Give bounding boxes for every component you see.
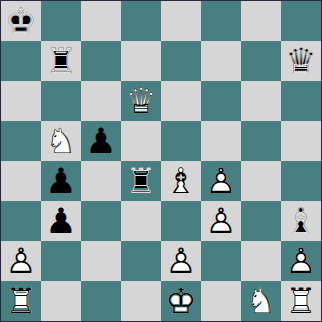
square-d8[interactable] xyxy=(121,1,161,41)
black-bishop-piece[interactable]: ♝♗ xyxy=(281,201,321,241)
white-bishop-piece[interactable]: ♝♗ xyxy=(161,161,201,201)
square-b3[interactable]: ♟ xyxy=(41,201,81,241)
white-queen-piece[interactable]: ♛♕ xyxy=(121,81,161,121)
square-f5[interactable] xyxy=(201,121,241,161)
square-d5[interactable] xyxy=(121,121,161,161)
square-e8[interactable] xyxy=(161,1,201,41)
white-pawn-piece[interactable]: ♟♙ xyxy=(281,241,321,281)
square-a2[interactable]: ♟♙ xyxy=(1,241,41,281)
square-h6[interactable] xyxy=(281,81,321,121)
queen-glyph-outline: ♕ xyxy=(281,41,321,81)
white-rook-piece[interactable]: ♜♖ xyxy=(1,281,41,321)
square-c1[interactable] xyxy=(81,281,121,321)
pawn-glyph-fill: ♟ xyxy=(41,201,81,241)
white-knight-piece[interactable]: ♞♘ xyxy=(241,281,281,321)
square-c6[interactable] xyxy=(81,81,121,121)
square-b1[interactable] xyxy=(41,281,81,321)
square-c8[interactable] xyxy=(81,1,121,41)
square-h4[interactable] xyxy=(281,161,321,201)
square-g5[interactable] xyxy=(241,121,281,161)
square-f1[interactable] xyxy=(201,281,241,321)
bishop-glyph-outline: ♗ xyxy=(281,201,321,241)
black-king-piece[interactable]: ♚♔ xyxy=(1,1,41,41)
square-e5[interactable] xyxy=(161,121,201,161)
square-e6[interactable] xyxy=(161,81,201,121)
square-c4[interactable] xyxy=(81,161,121,201)
square-c5[interactable]: ♟ xyxy=(81,121,121,161)
rook-glyph-outline: ♖ xyxy=(1,281,41,321)
square-d7[interactable] xyxy=(121,41,161,81)
square-d2[interactable] xyxy=(121,241,161,281)
square-g4[interactable] xyxy=(241,161,281,201)
square-a8[interactable]: ♚♔ xyxy=(1,1,41,41)
knight-glyph-outline: ♘ xyxy=(41,121,81,161)
pawn-glyph-outline: ♙ xyxy=(161,241,201,281)
square-a5[interactable] xyxy=(1,121,41,161)
square-f7[interactable] xyxy=(201,41,241,81)
square-e1[interactable]: ♚♔ xyxy=(161,281,201,321)
square-g2[interactable] xyxy=(241,241,281,281)
square-e7[interactable] xyxy=(161,41,201,81)
square-c7[interactable] xyxy=(81,41,121,81)
rook-glyph-outline: ♖ xyxy=(121,161,161,201)
square-h8[interactable] xyxy=(281,1,321,41)
square-g3[interactable] xyxy=(241,201,281,241)
white-pawn-piece[interactable]: ♟♙ xyxy=(201,201,241,241)
pawn-glyph-fill: ♟ xyxy=(41,161,81,201)
white-pawn-piece[interactable]: ♟♙ xyxy=(201,161,241,201)
square-c2[interactable] xyxy=(81,241,121,281)
square-f6[interactable] xyxy=(201,81,241,121)
square-a6[interactable] xyxy=(1,81,41,121)
black-queen-piece[interactable]: ♛♕ xyxy=(281,41,321,81)
white-rook-piece[interactable]: ♜♖ xyxy=(281,281,321,321)
queen-glyph-outline: ♕ xyxy=(121,81,161,121)
pawn-glyph-outline: ♙ xyxy=(201,201,241,241)
white-pawn-piece[interactable]: ♟♙ xyxy=(1,241,41,281)
square-b6[interactable] xyxy=(41,81,81,121)
black-pawn-piece[interactable]: ♟ xyxy=(41,161,81,201)
square-h5[interactable] xyxy=(281,121,321,161)
pawn-glyph-outline: ♙ xyxy=(1,241,41,281)
rook-glyph-outline: ♖ xyxy=(281,281,321,321)
square-h3[interactable]: ♝♗ xyxy=(281,201,321,241)
rook-glyph-outline: ♖ xyxy=(41,41,81,81)
square-d1[interactable] xyxy=(121,281,161,321)
king-glyph-outline: ♔ xyxy=(161,281,201,321)
square-a3[interactable] xyxy=(1,201,41,241)
square-f3[interactable]: ♟♙ xyxy=(201,201,241,241)
square-f8[interactable] xyxy=(201,1,241,41)
king-glyph-outline: ♔ xyxy=(1,1,41,41)
pawn-glyph-fill: ♟ xyxy=(81,121,121,161)
square-b7[interactable]: ♜♖ xyxy=(41,41,81,81)
white-pawn-piece[interactable]: ♟♙ xyxy=(161,241,201,281)
square-d4[interactable]: ♜♖ xyxy=(121,161,161,201)
square-a7[interactable] xyxy=(1,41,41,81)
black-pawn-piece[interactable]: ♟ xyxy=(81,121,121,161)
white-knight-piece[interactable]: ♞♘ xyxy=(41,121,81,161)
pawn-glyph-outline: ♙ xyxy=(201,161,241,201)
black-pawn-piece[interactable]: ♟ xyxy=(41,201,81,241)
square-f4[interactable]: ♟♙ xyxy=(201,161,241,201)
square-h2[interactable]: ♟♙ xyxy=(281,241,321,281)
square-d6[interactable]: ♛♕ xyxy=(121,81,161,121)
chess-board: ♚♔♜♖♛♕♛♕♞♘♟♟♜♖♝♗♟♙♟♟♙♝♗♟♙♟♙♟♙♜♖♚♔♞♘♜♖ xyxy=(0,0,322,322)
pawn-glyph-outline: ♙ xyxy=(281,241,321,281)
square-e4[interactable]: ♝♗ xyxy=(161,161,201,201)
black-rook-piece[interactable]: ♜♖ xyxy=(41,41,81,81)
square-g8[interactable] xyxy=(241,1,281,41)
square-c3[interactable] xyxy=(81,201,121,241)
square-g7[interactable] xyxy=(241,41,281,81)
square-g6[interactable] xyxy=(241,81,281,121)
square-b2[interactable] xyxy=(41,241,81,281)
square-b8[interactable] xyxy=(41,1,81,41)
square-e3[interactable] xyxy=(161,201,201,241)
square-b5[interactable]: ♞♘ xyxy=(41,121,81,161)
white-king-piece[interactable]: ♚♔ xyxy=(161,281,201,321)
square-a1[interactable]: ♜♖ xyxy=(1,281,41,321)
square-d3[interactable] xyxy=(121,201,161,241)
bishop-glyph-outline: ♗ xyxy=(161,161,201,201)
square-f2[interactable] xyxy=(201,241,241,281)
square-b4[interactable]: ♟ xyxy=(41,161,81,201)
black-rook-piece[interactable]: ♜♖ xyxy=(121,161,161,201)
knight-glyph-outline: ♘ xyxy=(241,281,281,321)
square-h7[interactable]: ♛♕ xyxy=(281,41,321,81)
square-g1[interactable]: ♞♘ xyxy=(241,281,281,321)
square-a4[interactable] xyxy=(1,161,41,201)
square-h1[interactable]: ♜♖ xyxy=(281,281,321,321)
square-e2[interactable]: ♟♙ xyxy=(161,241,201,281)
